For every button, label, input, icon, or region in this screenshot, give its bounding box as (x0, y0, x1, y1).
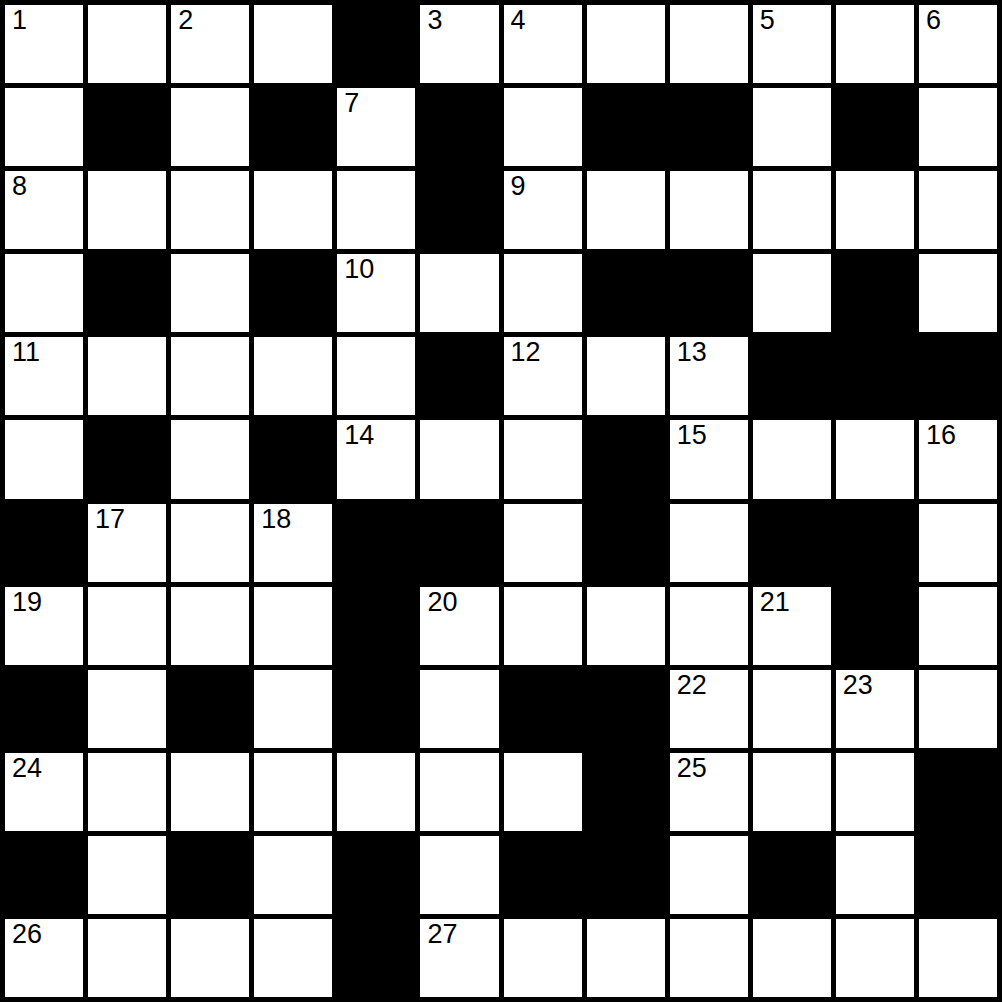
black-cell-r1c10 (836, 88, 914, 166)
white-cell-r11c7[interactable] (587, 919, 665, 997)
white-cell-r4c3[interactable] (254, 337, 332, 415)
black-cell-r3c3 (254, 254, 332, 332)
white-cell-r6c6[interactable] (504, 504, 582, 582)
white-cell-r11c1[interactable] (88, 919, 166, 997)
clue-number-23: 23 (843, 672, 873, 699)
black-cell-r4c9 (753, 337, 831, 415)
black-cell-r6c4 (337, 504, 415, 582)
black-cell-r6c10 (836, 504, 914, 582)
black-cell-r8c6 (504, 670, 582, 748)
white-cell-r8c5[interactable] (420, 670, 498, 748)
white-cell-r8c9[interactable] (753, 670, 831, 748)
black-cell-r1c5 (420, 88, 498, 166)
black-cell-r6c0 (5, 504, 83, 582)
white-cell-r11c0[interactable]: 26 (5, 919, 83, 997)
white-cell-r2c9[interactable] (753, 171, 831, 249)
white-cell-r7c0[interactable]: 19 (5, 587, 83, 665)
white-cell-r8c11[interactable] (919, 670, 997, 748)
white-cell-r2c6[interactable]: 9 (504, 171, 582, 249)
clue-number-12: 12 (511, 339, 541, 366)
black-cell-r5c7 (587, 420, 665, 498)
black-cell-r5c3 (254, 420, 332, 498)
white-cell-r7c1[interactable] (88, 587, 166, 665)
white-cell-r2c10[interactable] (836, 171, 914, 249)
white-cell-r10c5[interactable] (420, 836, 498, 914)
white-cell-r11c11[interactable] (919, 919, 997, 997)
clue-number-7: 7 (344, 90, 359, 117)
clue-number-20: 20 (427, 589, 457, 616)
white-cell-r3c6[interactable] (504, 254, 582, 332)
clue-number-8: 8 (12, 173, 27, 200)
white-cell-r4c0[interactable]: 11 (5, 337, 83, 415)
white-cell-r2c3[interactable] (254, 171, 332, 249)
black-cell-r9c11 (919, 753, 997, 831)
white-cell-r6c2[interactable] (171, 504, 249, 582)
white-cell-r11c8[interactable] (670, 919, 748, 997)
black-cell-r3c7 (587, 254, 665, 332)
clue-number-21: 21 (760, 589, 790, 616)
white-cell-r4c1[interactable] (88, 337, 166, 415)
white-cell-r4c6[interactable]: 12 (504, 337, 582, 415)
white-cell-r3c4[interactable]: 10 (337, 254, 415, 332)
white-cell-r9c0[interactable]: 24 (5, 753, 83, 831)
white-cell-r2c0[interactable]: 8 (5, 171, 83, 249)
white-cell-r5c4[interactable]: 14 (337, 420, 415, 498)
white-cell-r6c3[interactable]: 18 (254, 504, 332, 582)
white-cell-r7c5[interactable]: 20 (420, 587, 498, 665)
white-cell-r4c2[interactable] (171, 337, 249, 415)
white-cell-r5c2[interactable] (171, 420, 249, 498)
white-cell-r9c9[interactable] (753, 753, 831, 831)
clue-number-2: 2 (178, 7, 193, 34)
white-cell-r1c6[interactable] (504, 88, 582, 166)
clue-number-10: 10 (344, 256, 374, 283)
white-cell-r0c2[interactable]: 2 (171, 5, 249, 83)
white-cell-r5c5[interactable] (420, 420, 498, 498)
black-cell-r4c11 (919, 337, 997, 415)
white-cell-r5c11[interactable]: 16 (919, 420, 997, 498)
clue-number-4: 4 (511, 7, 526, 34)
black-cell-r0c4 (337, 5, 415, 83)
white-cell-r5c10[interactable] (836, 420, 914, 498)
white-cell-r10c8[interactable] (670, 836, 748, 914)
white-cell-r7c11[interactable] (919, 587, 997, 665)
clue-number-18: 18 (261, 506, 291, 533)
white-cell-r8c3[interactable] (254, 670, 332, 748)
white-cell-r9c1[interactable] (88, 753, 166, 831)
white-cell-r1c2[interactable] (171, 88, 249, 166)
black-cell-r10c11 (919, 836, 997, 914)
white-cell-r2c1[interactable] (88, 171, 166, 249)
black-cell-r3c10 (836, 254, 914, 332)
white-cell-r8c10[interactable]: 23 (836, 670, 914, 748)
white-cell-r4c8[interactable]: 13 (670, 337, 748, 415)
clue-number-14: 14 (344, 422, 374, 449)
white-cell-r0c11[interactable]: 6 (919, 5, 997, 83)
white-cell-r10c10[interactable] (836, 836, 914, 914)
white-cell-r9c6[interactable] (504, 753, 582, 831)
white-cell-r3c2[interactable] (171, 254, 249, 332)
white-cell-r9c3[interactable] (254, 753, 332, 831)
white-cell-r2c2[interactable] (171, 171, 249, 249)
black-cell-r4c5 (420, 337, 498, 415)
clue-number-22: 22 (677, 672, 707, 699)
white-cell-r3c9[interactable] (753, 254, 831, 332)
white-cell-r6c1[interactable]: 17 (88, 504, 166, 582)
white-cell-r3c0[interactable] (5, 254, 83, 332)
clue-number-17: 17 (95, 506, 125, 533)
white-cell-r3c5[interactable] (420, 254, 498, 332)
white-cell-r7c7[interactable] (587, 587, 665, 665)
clue-number-26: 26 (12, 921, 42, 948)
white-cell-r5c8[interactable]: 15 (670, 420, 748, 498)
white-cell-r1c9[interactable] (753, 88, 831, 166)
black-cell-r10c0 (5, 836, 83, 914)
white-cell-r11c10[interactable] (836, 919, 914, 997)
black-cell-r7c10 (836, 587, 914, 665)
black-cell-r11c4 (337, 919, 415, 997)
white-cell-r7c6[interactable] (504, 587, 582, 665)
clue-number-11: 11 (12, 339, 40, 366)
white-cell-r1c0[interactable] (5, 88, 83, 166)
black-cell-r1c1 (88, 88, 166, 166)
white-cell-r9c2[interactable] (171, 753, 249, 831)
white-cell-r7c2[interactable] (171, 587, 249, 665)
white-cell-r6c8[interactable] (670, 504, 748, 582)
clue-number-6: 6 (926, 7, 941, 34)
white-cell-r10c1[interactable] (88, 836, 166, 914)
black-cell-r10c9 (753, 836, 831, 914)
black-cell-r6c7 (587, 504, 665, 582)
black-cell-r8c7 (587, 670, 665, 748)
white-cell-r11c6[interactable] (504, 919, 582, 997)
white-cell-r0c1[interactable] (88, 5, 166, 83)
white-cell-r7c9[interactable]: 21 (753, 587, 831, 665)
white-cell-r0c5[interactable]: 3 (420, 5, 498, 83)
black-cell-r3c8 (670, 254, 748, 332)
white-cell-r2c4[interactable] (337, 171, 415, 249)
black-cell-r3c1 (88, 254, 166, 332)
black-cell-r1c7 (587, 88, 665, 166)
clue-number-24: 24 (12, 755, 42, 782)
white-cell-r4c4[interactable] (337, 337, 415, 415)
white-cell-r0c0[interactable]: 1 (5, 5, 83, 83)
white-cell-r1c4[interactable]: 7 (337, 88, 415, 166)
black-cell-r2c5 (420, 171, 498, 249)
clue-number-1: 1 (12, 7, 27, 34)
white-cell-r3c11[interactable] (919, 254, 997, 332)
white-cell-r2c7[interactable] (587, 171, 665, 249)
clue-number-19: 19 (12, 589, 42, 616)
white-cell-r11c5[interactable]: 27 (420, 919, 498, 997)
white-cell-r9c8[interactable]: 25 (670, 753, 748, 831)
black-cell-r1c8 (670, 88, 748, 166)
white-cell-r0c7[interactable] (587, 5, 665, 83)
black-cell-r8c2 (171, 670, 249, 748)
black-cell-r10c4 (337, 836, 415, 914)
white-cell-r6c11[interactable] (919, 504, 997, 582)
white-cell-r11c3[interactable] (254, 919, 332, 997)
white-cell-r11c9[interactable] (753, 919, 831, 997)
white-cell-r0c9[interactable]: 5 (753, 5, 831, 83)
white-cell-r0c10[interactable] (836, 5, 914, 83)
white-cell-r1c11[interactable] (919, 88, 997, 166)
clue-number-27: 27 (427, 921, 457, 948)
crossword-grid: 1234567891011121314151617181920212223242… (0, 0, 1002, 1002)
black-cell-r10c7 (587, 836, 665, 914)
white-cell-r2c11[interactable] (919, 171, 997, 249)
black-cell-r7c4 (337, 587, 415, 665)
white-cell-r7c8[interactable] (670, 587, 748, 665)
white-cell-r2c8[interactable] (670, 171, 748, 249)
black-cell-r9c7 (587, 753, 665, 831)
white-cell-r9c4[interactable] (337, 753, 415, 831)
black-cell-r8c0 (5, 670, 83, 748)
clue-number-5: 5 (760, 7, 775, 34)
clue-number-16: 16 (926, 422, 956, 449)
clue-number-13: 13 (677, 339, 707, 366)
black-cell-r8c4 (337, 670, 415, 748)
white-cell-r7c3[interactable] (254, 587, 332, 665)
white-cell-r0c6[interactable]: 4 (504, 5, 582, 83)
white-cell-r10c3[interactable] (254, 836, 332, 914)
white-cell-r9c10[interactable] (836, 753, 914, 831)
clue-number-15: 15 (677, 422, 707, 449)
white-cell-r9c5[interactable] (420, 753, 498, 831)
white-cell-r5c9[interactable] (753, 420, 831, 498)
clue-number-9: 9 (511, 173, 526, 200)
black-cell-r10c6 (504, 836, 582, 914)
white-cell-r0c8[interactable] (670, 5, 748, 83)
white-cell-r8c8[interactable]: 22 (670, 670, 748, 748)
white-cell-r0c3[interactable] (254, 5, 332, 83)
black-cell-r4c10 (836, 337, 914, 415)
black-cell-r6c5 (420, 504, 498, 582)
white-cell-r11c2[interactable] (171, 919, 249, 997)
black-cell-r1c3 (254, 88, 332, 166)
clue-number-25: 25 (677, 755, 707, 782)
clue-number-3: 3 (427, 7, 442, 34)
white-cell-r8c1[interactable] (88, 670, 166, 748)
white-cell-r5c0[interactable] (5, 420, 83, 498)
white-cell-r5c6[interactable] (504, 420, 582, 498)
black-cell-r6c9 (753, 504, 831, 582)
black-cell-r5c1 (88, 420, 166, 498)
white-cell-r4c7[interactable] (587, 337, 665, 415)
black-cell-r10c2 (171, 836, 249, 914)
